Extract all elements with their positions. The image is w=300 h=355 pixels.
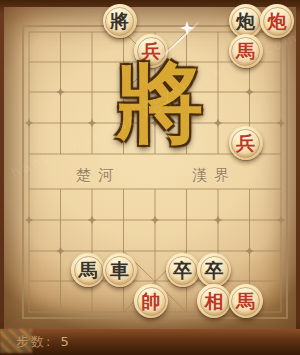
bottom-status-bar: 步数:5 — [0, 329, 300, 355]
piece-red-elephant[interactable]: 相 — [197, 284, 231, 318]
piece-character: 卒 — [173, 261, 192, 280]
piece-character: 炮 — [236, 12, 255, 31]
piece-character: 將 — [110, 12, 129, 31]
piece-character: 馬 — [236, 292, 255, 311]
piece-black-cannon[interactable]: 炮 — [229, 4, 263, 38]
piece-black-horse[interactable]: 馬 — [71, 253, 105, 287]
piece-red-general[interactable]: 帥 — [134, 284, 168, 318]
piece-black-chariot[interactable]: 車 — [103, 253, 137, 287]
step-counter-value: 5 — [60, 334, 70, 349]
piece-character: 帥 — [142, 292, 161, 311]
piece-red-horse[interactable]: 馬 — [229, 34, 263, 68]
piece-character: 車 — [110, 261, 129, 280]
step-counter-label: 步数: — [16, 334, 52, 349]
step-counter: 步数:5 — [16, 333, 71, 351]
piece-character: 炮 — [268, 12, 287, 31]
game-screen: 楚河 漢界 將炮炮兵馬兵馬車卒卒帥相馬 將 haoyoukuaibao.com … — [0, 0, 300, 355]
piece-character: 卒 — [205, 261, 224, 280]
piece-black-general[interactable]: 將 — [103, 4, 137, 38]
piece-red-cannon[interactable]: 炮 — [260, 4, 294, 38]
river-label-left: 楚河 — [76, 166, 120, 185]
piece-character: 馬 — [236, 42, 255, 61]
piece-red-horse[interactable]: 馬 — [229, 284, 263, 318]
piece-character: 兵 — [142, 42, 161, 61]
piece-character: 馬 — [79, 261, 98, 280]
piece-black-soldier[interactable]: 卒 — [197, 253, 231, 287]
piece-character: 相 — [205, 292, 224, 311]
piece-black-soldier[interactable]: 卒 — [166, 253, 200, 287]
river-label-right: 漢界 — [192, 166, 236, 185]
piece-character: 兵 — [236, 134, 255, 153]
piece-red-soldier[interactable]: 兵 — [229, 126, 263, 160]
piece-red-soldier[interactable]: 兵 — [134, 34, 168, 68]
xiangqi-board[interactable]: 楚河 漢界 將炮炮兵馬兵馬車卒卒帥相馬 將 haoyoukuaibao.com … — [4, 7, 296, 329]
